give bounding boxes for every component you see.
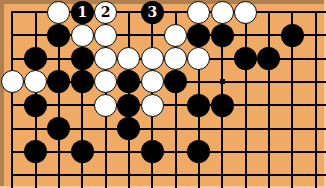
grid-line-vertical bbox=[11, 11, 13, 188]
board-frame-left bbox=[0, 0, 4, 188]
white-stone[interactable]: 2 bbox=[94, 1, 117, 24]
black-stone[interactable] bbox=[211, 24, 234, 47]
black-stone[interactable]: 3 bbox=[141, 1, 164, 24]
black-stone[interactable] bbox=[141, 140, 164, 163]
black-stone[interactable] bbox=[187, 24, 210, 47]
black-stone[interactable] bbox=[211, 94, 234, 117]
black-stone[interactable] bbox=[47, 70, 70, 93]
black-stone[interactable] bbox=[47, 117, 70, 140]
board-frame-bottom bbox=[0, 186, 326, 188]
white-stone[interactable] bbox=[1, 70, 24, 93]
black-stone[interactable] bbox=[71, 47, 94, 70]
move-number-label: 2 bbox=[101, 5, 111, 19]
white-stone[interactable] bbox=[94, 94, 117, 117]
black-stone[interactable] bbox=[281, 24, 304, 47]
white-stone[interactable] bbox=[164, 24, 187, 47]
white-stone[interactable] bbox=[94, 24, 117, 47]
black-stone[interactable] bbox=[187, 140, 210, 163]
board-frame-top bbox=[0, 0, 326, 4]
black-stone[interactable] bbox=[117, 70, 140, 93]
move-number-label: 3 bbox=[147, 5, 157, 19]
black-stone[interactable]: 1 bbox=[71, 1, 94, 24]
black-stone[interactable] bbox=[164, 70, 187, 93]
black-stone[interactable] bbox=[47, 24, 70, 47]
white-stone[interactable] bbox=[187, 1, 210, 24]
grid-line-vertical bbox=[315, 11, 317, 188]
white-stone[interactable] bbox=[141, 94, 164, 117]
white-stone[interactable] bbox=[71, 24, 94, 47]
black-stone[interactable] bbox=[187, 94, 210, 117]
go-board: 123 bbox=[0, 0, 326, 188]
black-stone[interactable] bbox=[117, 117, 140, 140]
black-stone[interactable] bbox=[257, 47, 280, 70]
white-stone[interactable] bbox=[164, 47, 187, 70]
black-stone[interactable] bbox=[234, 47, 257, 70]
white-stone[interactable] bbox=[47, 1, 70, 24]
white-stone[interactable] bbox=[94, 70, 117, 93]
white-stone[interactable] bbox=[117, 47, 140, 70]
black-stone[interactable] bbox=[71, 140, 94, 163]
white-stone[interactable] bbox=[141, 70, 164, 93]
white-stone[interactable] bbox=[94, 47, 117, 70]
grid-line-vertical bbox=[245, 11, 247, 188]
white-stone[interactable] bbox=[141, 47, 164, 70]
star-point bbox=[220, 79, 225, 84]
white-stone[interactable] bbox=[187, 47, 210, 70]
black-stone[interactable] bbox=[24, 94, 47, 117]
black-stone[interactable] bbox=[24, 140, 47, 163]
white-stone[interactable] bbox=[234, 1, 257, 24]
white-stone[interactable] bbox=[211, 1, 234, 24]
black-stone[interactable] bbox=[71, 70, 94, 93]
move-number-label: 1 bbox=[77, 5, 87, 19]
grid-line-vertical bbox=[268, 11, 270, 188]
white-stone[interactable] bbox=[24, 70, 47, 93]
black-stone[interactable] bbox=[24, 47, 47, 70]
black-stone[interactable] bbox=[117, 94, 140, 117]
